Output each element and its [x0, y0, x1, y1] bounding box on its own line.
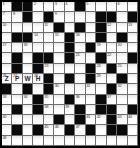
white-cell[interactable]	[128, 136, 138, 146]
white-cell[interactable]	[44, 43, 54, 53]
white-cell[interactable]	[96, 136, 106, 146]
white-cell[interactable]	[107, 33, 117, 43]
white-cell[interactable]	[23, 105, 33, 115]
white-cell[interactable]	[86, 136, 96, 146]
white-cell[interactable]	[65, 12, 75, 22]
black-cell	[23, 84, 33, 94]
white-cell[interactable]	[12, 95, 22, 105]
white-cell[interactable]	[96, 84, 106, 94]
black-cell	[65, 43, 75, 53]
black-cell	[12, 125, 22, 135]
white-cell[interactable]: 12	[107, 23, 117, 33]
white-cell[interactable]	[117, 95, 127, 105]
white-cell[interactable]	[33, 136, 43, 146]
white-cell[interactable]: 4	[65, 2, 75, 12]
clue-number: 7	[3, 12, 5, 16]
white-cell[interactable]	[12, 43, 22, 53]
white-cell[interactable]: 25	[117, 64, 127, 74]
white-cell[interactable]	[54, 136, 64, 146]
clue-number: 22	[107, 53, 111, 57]
clue-number: 15	[55, 33, 59, 37]
clue-number: 40	[3, 115, 7, 119]
white-cell[interactable]: 28H	[33, 74, 43, 84]
white-cell[interactable]	[65, 115, 75, 125]
clue-number: 8	[13, 12, 15, 16]
black-cell	[107, 105, 117, 115]
clue-number: 34	[23, 95, 27, 99]
black-cell	[107, 115, 117, 125]
white-cell[interactable]: 19	[96, 43, 106, 53]
black-cell	[12, 105, 22, 115]
white-cell[interactable]: 26Z	[2, 74, 12, 84]
white-cell[interactable]	[65, 64, 75, 74]
black-cell	[65, 53, 75, 63]
black-cell	[2, 84, 12, 94]
white-cell[interactable]	[44, 115, 54, 125]
black-cell	[86, 64, 96, 74]
white-cell[interactable]	[23, 23, 33, 33]
white-cell[interactable]: 42	[96, 115, 106, 125]
white-cell[interactable]	[2, 33, 12, 43]
black-cell	[75, 23, 85, 33]
white-cell[interactable]: 32	[117, 84, 127, 94]
clue-number: 19	[97, 43, 101, 47]
white-cell[interactable]: 27P	[12, 74, 22, 84]
clue-number: 30	[55, 84, 59, 88]
white-cell[interactable]: 20	[117, 43, 127, 53]
white-cell[interactable]: 38	[44, 105, 54, 115]
clue-number: 20	[118, 43, 122, 47]
clue-number: 31	[86, 84, 90, 88]
clue-number: 9	[55, 12, 57, 16]
white-cell[interactable]	[2, 105, 12, 115]
black-cell	[23, 2, 33, 12]
clue-number: 33	[3, 95, 7, 99]
black-cell	[75, 115, 85, 125]
clue-number: 35	[44, 95, 48, 99]
black-cell	[96, 95, 106, 105]
clue-number: 36	[76, 95, 80, 99]
white-cell[interactable]	[23, 125, 33, 135]
white-cell[interactable]: 1	[2, 2, 12, 12]
white-cell[interactable]	[33, 84, 43, 94]
white-cell[interactable]: 15	[54, 33, 64, 43]
white-cell[interactable]: 6	[117, 2, 127, 12]
clue-number: 48	[3, 136, 7, 140]
white-cell[interactable]: 30	[54, 84, 64, 94]
black-cell	[128, 105, 138, 115]
white-cell[interactable]: 44	[128, 115, 138, 125]
white-cell[interactable]: 10	[2, 23, 12, 33]
black-cell	[86, 125, 96, 135]
clue-number: 47	[76, 125, 80, 129]
black-cell	[44, 12, 54, 22]
white-cell[interactable]	[86, 105, 96, 115]
white-cell[interactable]: 22	[107, 53, 117, 63]
white-cell[interactable]	[128, 43, 138, 53]
black-cell	[44, 84, 54, 94]
clue-number: 23	[44, 64, 48, 68]
white-cell[interactable]	[128, 125, 138, 135]
white-cell[interactable]	[117, 105, 127, 115]
crossword-puzzle: 1234567891011121314151617181920212223242…	[0, 0, 140, 148]
black-cell	[54, 115, 64, 125]
white-cell[interactable]	[33, 23, 43, 33]
clue-number: 12	[107, 23, 111, 27]
black-cell	[117, 125, 127, 135]
white-cell[interactable]	[2, 125, 12, 135]
white-cell[interactable]: 9	[54, 12, 64, 22]
clue-number: 37	[107, 95, 111, 99]
white-cell[interactable]	[117, 136, 127, 146]
white-cell[interactable]	[54, 53, 64, 63]
clue-number: 24	[97, 64, 101, 68]
clue-number: 25	[118, 64, 122, 68]
white-cell[interactable]	[23, 136, 33, 146]
white-cell[interactable]	[86, 23, 96, 33]
clue-number: 13	[128, 23, 132, 27]
black-cell	[96, 23, 106, 33]
clue-number: 38	[44, 105, 48, 109]
white-cell[interactable]	[75, 74, 85, 84]
white-cell[interactable]: 40	[2, 115, 12, 125]
black-cell	[117, 74, 127, 84]
white-cell[interactable]: 2	[33, 2, 43, 12]
black-cell	[33, 95, 43, 105]
white-cell[interactable]	[128, 64, 138, 74]
black-cell	[128, 53, 138, 63]
white-cell[interactable]	[33, 12, 43, 22]
black-cell	[107, 64, 117, 74]
white-cell[interactable]: 23	[44, 64, 54, 74]
clue-number: 14	[34, 33, 38, 37]
white-cell[interactable]: 33	[2, 95, 12, 105]
white-cell[interactable]	[54, 43, 64, 53]
white-cell[interactable]: 35	[44, 95, 54, 105]
white-cell[interactable]: 45	[44, 125, 54, 135]
filled-letter: P	[12, 74, 21, 83]
clue-number: 43	[118, 115, 122, 119]
clue-number: 39	[65, 105, 69, 109]
white-cell[interactable]	[44, 33, 54, 43]
white-cell[interactable]	[86, 12, 96, 22]
white-cell[interactable]: 34	[23, 95, 33, 105]
white-cell[interactable]: 24	[96, 64, 106, 74]
white-cell[interactable]	[12, 84, 22, 94]
clue-number: 46	[55, 125, 59, 129]
clue-number: 11	[44, 23, 47, 27]
clue-number: 10	[3, 23, 7, 27]
white-cell[interactable]	[2, 64, 12, 74]
black-cell	[96, 105, 106, 115]
white-cell[interactable]	[44, 2, 54, 12]
black-cell	[65, 95, 75, 105]
filled-letter: Z	[2, 74, 11, 83]
white-cell[interactable]: 31	[86, 84, 96, 94]
white-cell[interactable]: 43	[117, 115, 127, 125]
black-cell	[33, 64, 43, 74]
filled-letter: H	[33, 74, 42, 83]
white-cell[interactable]	[128, 84, 138, 94]
white-cell[interactable]	[75, 12, 85, 22]
black-cell	[44, 53, 54, 63]
white-cell[interactable]	[54, 95, 64, 105]
black-cell	[128, 12, 138, 22]
black-cell	[12, 33, 22, 43]
black-cell	[65, 33, 75, 43]
white-cell[interactable]	[12, 136, 22, 146]
clue-number: 2	[34, 2, 36, 6]
white-cell[interactable]	[23, 115, 33, 125]
white-cell[interactable]	[86, 95, 96, 105]
white-cell[interactable]: 14	[33, 33, 43, 43]
white-cell[interactable]	[128, 2, 138, 12]
white-cell[interactable]	[23, 64, 33, 74]
white-cell[interactable]: 5	[86, 2, 96, 12]
white-cell[interactable]: 17	[2, 43, 12, 53]
clue-number: 4	[65, 2, 67, 6]
white-cell[interactable]: W	[23, 74, 33, 84]
white-cell[interactable]	[65, 23, 75, 33]
white-cell[interactable]	[54, 64, 64, 74]
white-cell[interactable]: 36	[75, 95, 85, 105]
white-cell[interactable]: 29	[96, 74, 106, 84]
white-cell[interactable]: 46	[54, 125, 64, 135]
white-cell[interactable]: 11	[44, 23, 54, 33]
white-cell[interactable]: 41	[86, 115, 96, 125]
white-cell[interactable]: 21	[75, 53, 85, 63]
black-cell	[107, 125, 117, 135]
black-cell	[96, 53, 106, 63]
white-cell[interactable]	[107, 2, 117, 12]
white-cell[interactable]	[54, 74, 64, 84]
white-cell[interactable]	[128, 33, 138, 43]
white-cell[interactable]	[12, 115, 22, 125]
white-cell[interactable]	[117, 23, 127, 33]
black-cell	[117, 33, 127, 43]
white-cell[interactable]	[75, 43, 85, 53]
white-cell[interactable]: 48	[2, 136, 12, 146]
clue-number: 5	[86, 2, 88, 6]
black-cell	[75, 2, 85, 12]
crossword-grid: 1234567891011121314151617181920212223242…	[2, 2, 138, 146]
white-cell[interactable]	[54, 105, 64, 115]
black-cell	[107, 12, 117, 22]
white-cell[interactable]	[2, 53, 12, 63]
white-cell[interactable]	[128, 95, 138, 105]
black-cell	[54, 23, 64, 33]
clue-number: 1	[3, 2, 5, 6]
black-cell	[33, 125, 43, 135]
clue-number: 41	[86, 115, 90, 119]
white-cell[interactable]: 13	[128, 23, 138, 33]
white-cell[interactable]	[75, 84, 85, 94]
white-cell[interactable]	[96, 2, 106, 12]
clue-number: 17	[3, 43, 7, 47]
white-cell[interactable]: 18	[23, 43, 33, 53]
black-cell	[96, 12, 106, 22]
black-cell	[33, 53, 43, 63]
black-cell	[96, 33, 106, 43]
clue-number: 21	[76, 53, 80, 57]
black-cell	[44, 74, 54, 84]
black-cell	[65, 74, 75, 84]
white-cell[interactable]: 16	[75, 33, 85, 43]
white-cell[interactable]	[117, 53, 127, 63]
white-cell[interactable]	[44, 136, 54, 146]
black-cell	[12, 53, 22, 63]
white-cell[interactable]	[107, 74, 117, 84]
white-cell[interactable]	[117, 12, 127, 22]
white-cell[interactable]	[23, 53, 33, 63]
white-cell[interactable]: 7	[2, 12, 12, 22]
white-cell[interactable]	[128, 74, 138, 84]
filled-letter: W	[23, 74, 32, 83]
white-cell[interactable]	[107, 136, 117, 146]
clue-number: 32	[118, 84, 122, 88]
white-cell[interactable]	[75, 64, 85, 74]
black-cell	[65, 125, 75, 135]
black-cell	[86, 74, 96, 84]
white-cell[interactable]	[33, 115, 43, 125]
black-cell	[12, 2, 22, 12]
black-cell	[23, 12, 33, 22]
black-cell	[23, 33, 33, 43]
white-cell[interactable]: 8	[12, 12, 22, 22]
white-cell[interactable]	[65, 84, 75, 94]
clue-number: 29	[97, 74, 101, 78]
clue-number: 18	[23, 43, 27, 47]
black-cell	[33, 105, 43, 115]
clue-number: 16	[76, 33, 80, 37]
white-cell[interactable]	[12, 23, 22, 33]
black-cell	[107, 84, 117, 94]
white-cell[interactable]: 47	[75, 125, 85, 135]
clue-number: 45	[44, 125, 48, 129]
white-cell[interactable]	[86, 53, 96, 63]
white-cell[interactable]	[96, 125, 106, 135]
clue-number: 42	[97, 115, 101, 119]
white-cell[interactable]	[75, 136, 85, 146]
clue-number: 6	[118, 2, 120, 6]
white-cell[interactable]	[86, 33, 96, 43]
black-cell	[12, 64, 22, 74]
black-cell	[86, 43, 96, 53]
white-cell[interactable]	[65, 136, 75, 146]
white-cell[interactable]: 37	[107, 95, 117, 105]
white-cell[interactable]: 39	[65, 105, 75, 115]
white-cell[interactable]	[33, 43, 43, 53]
white-cell[interactable]: 3	[54, 2, 64, 12]
white-cell[interactable]	[107, 43, 117, 53]
clue-number: 3	[55, 2, 57, 6]
clue-number: 44	[128, 115, 132, 119]
black-cell	[75, 105, 85, 115]
